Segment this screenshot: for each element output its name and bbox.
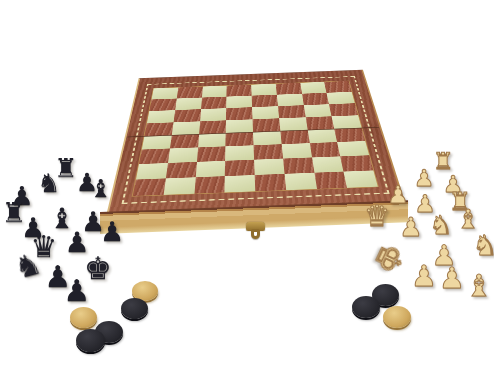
- board-square: [139, 149, 170, 165]
- white-knight: ♞: [428, 212, 454, 238]
- board-square: [225, 145, 254, 160]
- board-square: [147, 110, 175, 123]
- white-pawn: ♟: [398, 214, 424, 240]
- checker-disc-tan: [383, 306, 411, 328]
- board-square: [284, 173, 316, 190]
- board-square: [255, 174, 286, 191]
- board-square: [197, 147, 226, 162]
- board-square: [307, 129, 337, 144]
- board-square: [254, 159, 284, 175]
- board-square: [225, 175, 256, 192]
- black-pawn: ♟: [62, 276, 92, 306]
- board-square: [142, 135, 172, 150]
- white-pawn: ♟: [410, 262, 439, 291]
- board-square: [254, 144, 283, 159]
- white-queen: ♛: [363, 202, 392, 231]
- board-square: [329, 103, 358, 116]
- board-square: [337, 141, 369, 156]
- black-knight: ♞: [36, 170, 62, 196]
- board-square: [195, 161, 225, 177]
- board-square: [226, 107, 252, 120]
- board-square: [283, 158, 314, 174]
- checker-disc-black: [121, 298, 148, 319]
- board-square: [225, 160, 255, 176]
- checker-disc-black: [76, 329, 105, 352]
- chess-set-product-photo: ♜♞♟♝♟♜♝♟♟♟♟♛♞♚♟♟ ♜♟♟♟♜♟♛♝♞♟♞♟♚♟♟♝: [0, 0, 494, 368]
- board-square: [200, 108, 227, 121]
- board-square: [170, 134, 199, 149]
- black-bishop: ♝: [89, 176, 114, 201]
- checker-disc-black: [352, 296, 380, 318]
- white-king: ♚: [367, 236, 411, 280]
- board-square: [344, 170, 378, 187]
- board-square: [314, 172, 347, 189]
- board-square: [303, 104, 331, 117]
- board-grid: [132, 81, 379, 197]
- board-square: [133, 178, 166, 196]
- black-pawn: ♟: [99, 218, 126, 245]
- brass-clasp-hasp: [251, 229, 260, 239]
- board-square: [226, 96, 252, 108]
- white-pawn: ♟: [438, 264, 467, 293]
- board-square: [312, 156, 344, 172]
- chess-board: [106, 70, 406, 216]
- white-pawn: ♟: [413, 167, 436, 190]
- board-square: [163, 177, 195, 194]
- board-square: [198, 133, 226, 148]
- white-bishop: ♝: [464, 271, 494, 301]
- white-bishop: ♝: [455, 206, 481, 232]
- board-square: [340, 155, 373, 171]
- board-square: [309, 142, 340, 157]
- board-square: [136, 163, 168, 179]
- board-square: [168, 148, 198, 164]
- board-square: [226, 132, 254, 147]
- board-square: [194, 176, 225, 193]
- checker-disc-tan: [70, 307, 97, 328]
- board-square: [166, 162, 197, 178]
- board-square: [281, 143, 311, 158]
- board-square: [253, 131, 281, 146]
- board-square: [280, 130, 309, 145]
- board-square: [334, 128, 365, 142]
- board-square: [173, 109, 200, 122]
- board-square: [252, 95, 278, 107]
- white-knight: ♞: [471, 232, 494, 260]
- board-square: [252, 106, 279, 119]
- board-square: [278, 105, 306, 118]
